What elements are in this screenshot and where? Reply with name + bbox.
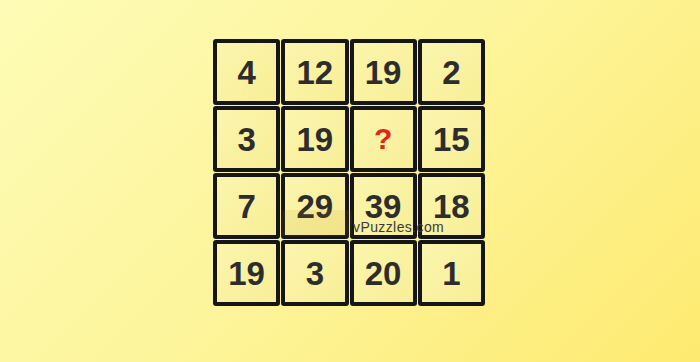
cell-r3c2: 29 — [281, 173, 348, 239]
cell-r3c1: 7 — [213, 173, 280, 239]
cell-r1c3: 19 — [350, 39, 417, 105]
cell-r4c4: 1 — [418, 240, 485, 306]
cell-r2c2: 19 — [281, 106, 348, 172]
watermark-text: vPuzzles.com — [353, 219, 444, 235]
cell-r4c1: 19 — [213, 240, 280, 306]
cell-r2c1: 3 — [213, 106, 280, 172]
cell-r1c1: 4 — [213, 39, 280, 105]
cell-r2c3-question-mark: ? — [350, 106, 417, 172]
cell-r4c3: 20 — [350, 240, 417, 306]
cell-r2c4: 15 — [418, 106, 485, 172]
cell-r1c4: 2 — [418, 39, 485, 105]
puzzle-canvas: 412192319?157293918193201 vPuzzles.com — [0, 0, 700, 362]
cell-r4c2: 3 — [281, 240, 348, 306]
puzzle-grid: 412192319?157293918193201 — [213, 39, 485, 306]
cell-r1c2: 12 — [281, 39, 348, 105]
